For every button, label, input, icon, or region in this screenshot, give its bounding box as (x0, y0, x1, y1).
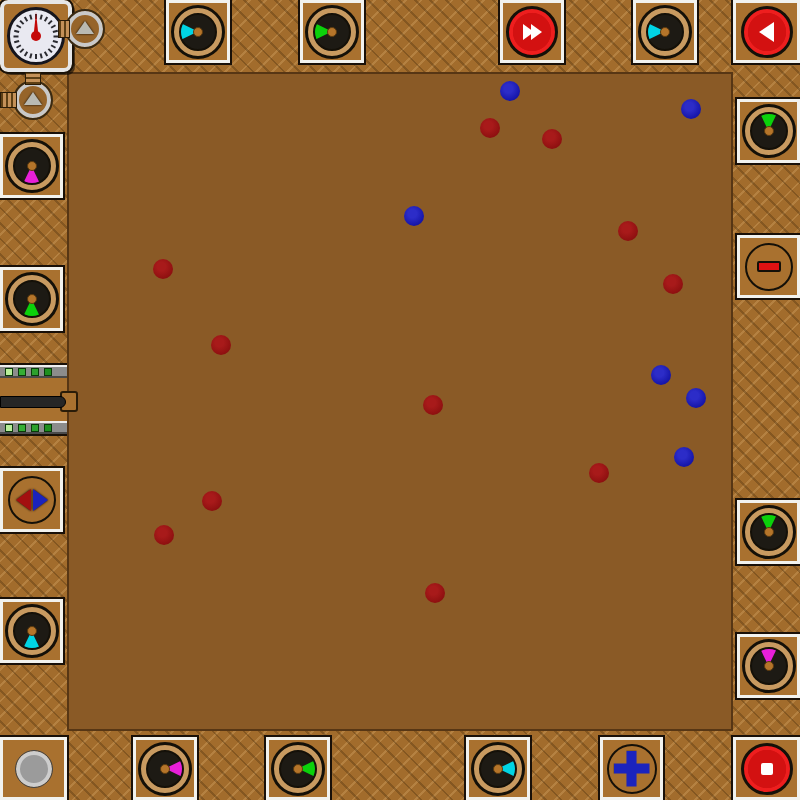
fan-dial-top-2[interactable] (305, 5, 359, 59)
gauge-tick (24, 51, 28, 56)
led-indicator (18, 368, 26, 376)
dial-tile-top-1 (166, 0, 230, 63)
gauge-tick (44, 51, 48, 56)
fast-forward-icon (531, 24, 542, 40)
dial-hub (764, 527, 774, 537)
dial-tile-right-1 (737, 99, 800, 163)
stop-button[interactable] (741, 743, 793, 795)
gauge-tick (48, 48, 53, 53)
led-strip-1 (0, 365, 67, 378)
pipe-connector (0, 92, 17, 108)
machine-frame (0, 0, 800, 800)
dial-tile-right-3 (737, 634, 800, 698)
fan-dial-top-3[interactable] (638, 5, 692, 59)
dial-face (750, 513, 788, 551)
dial-face (279, 750, 317, 788)
gray-knob-button[interactable] (16, 751, 52, 787)
gauge-tick (51, 44, 56, 48)
gauge-tick (29, 14, 32, 19)
gauge-tick (16, 24, 21, 28)
arena-board[interactable] (67, 72, 733, 731)
pipe-connector (58, 20, 70, 38)
minus-button[interactable] (745, 243, 793, 291)
tile-stop (733, 737, 800, 800)
speedometer-gauge (7, 7, 65, 65)
dial-tile-left-1 (0, 134, 63, 198)
dial-tile-top-3 (633, 0, 697, 63)
dial-face (479, 750, 517, 788)
red-left-triangle-icon (16, 489, 31, 511)
pipe-connector (25, 72, 41, 85)
dial-hub (160, 764, 170, 774)
dial-face (646, 13, 684, 51)
dial-face (750, 647, 788, 685)
fan-dial-top-1[interactable] (171, 5, 225, 59)
dial-tile-right-2 (737, 500, 800, 564)
fan-dial-left-3[interactable] (5, 604, 59, 658)
dial-face (13, 147, 51, 185)
fan-dial-bottom-2[interactable] (271, 742, 325, 796)
tile-plus (600, 737, 663, 800)
vent-left-button[interactable] (15, 82, 51, 118)
up-triangle-icon (76, 21, 94, 34)
fast-forward-button[interactable] (506, 6, 558, 58)
dial-tile-bottom-2 (266, 737, 330, 800)
led-indicator (31, 424, 39, 432)
rewind-button[interactable] (741, 6, 793, 58)
led-indicator (5, 424, 13, 432)
gauge-tick (40, 14, 43, 19)
gauge-tick (44, 16, 48, 21)
fan-dial-left-2[interactable] (5, 272, 59, 326)
gauge-tick (19, 19, 24, 24)
dial-tile-bottom-1 (133, 737, 197, 800)
dial-face (179, 13, 217, 51)
fan-dial-bottom-1[interactable] (138, 742, 192, 796)
minus-icon (757, 261, 781, 272)
speed-lever[interactable] (0, 396, 66, 408)
dial-hub (27, 626, 37, 636)
gauge-tick (51, 24, 56, 28)
dial-face (13, 612, 51, 650)
gauge-tick (29, 53, 32, 58)
dial-tile-left-2 (0, 267, 63, 331)
gauge-tick (16, 44, 21, 48)
dial-hub (27, 161, 37, 171)
plus-button[interactable] (607, 744, 657, 794)
dial-hub (193, 27, 203, 37)
red-blue-toggle-button[interactable] (8, 476, 56, 524)
dial-tile-left-3 (0, 599, 63, 663)
fan-dial-right-1[interactable] (742, 104, 796, 158)
gauge-tick (14, 29, 19, 32)
gauge-tick (14, 40, 19, 43)
dial-hub (293, 764, 303, 774)
dial-face (13, 280, 51, 318)
tile-red-blue-toggle (0, 468, 63, 532)
vent-top-button[interactable] (67, 11, 103, 47)
tile-gray-knob (0, 737, 67, 800)
dial-face (146, 750, 184, 788)
gauge-tick (53, 40, 58, 43)
blue-right-triangle-icon (33, 489, 48, 511)
led-indicator (18, 424, 26, 432)
fan-dial-left-1[interactable] (5, 139, 59, 193)
dial-hub (493, 764, 503, 774)
dial-tile-top-2 (300, 0, 364, 63)
fan-dial-right-3[interactable] (742, 639, 796, 693)
plus-icon (614, 751, 650, 787)
tile-fast-forward (500, 0, 564, 63)
gauge-hub (31, 31, 41, 41)
dial-hub (764, 661, 774, 671)
dial-face (313, 13, 351, 51)
fan-dial-bottom-3[interactable] (471, 742, 525, 796)
gauge-tick (48, 19, 53, 24)
dial-hub (27, 294, 37, 304)
gauge-tick (24, 16, 28, 21)
dial-face (750, 112, 788, 150)
led-strip-2 (0, 421, 67, 434)
dial-hub (660, 27, 670, 37)
gauge-tick (19, 48, 24, 53)
tile-rewind (733, 0, 800, 63)
gauge-tick (14, 35, 19, 37)
dial-hub (764, 126, 774, 136)
led-indicator (44, 368, 52, 376)
led-indicator (5, 368, 13, 376)
led-indicator (31, 368, 39, 376)
rewind-icon (759, 22, 774, 42)
led-indicator (44, 424, 52, 432)
dial-tile-bottom-3 (466, 737, 530, 800)
gauge-tick (40, 53, 43, 58)
tile-minus (737, 235, 800, 298)
up-triangle-icon (24, 92, 42, 105)
stop-icon (761, 763, 773, 775)
fan-dial-right-2[interactable] (742, 505, 796, 559)
gauge-tick (35, 54, 37, 59)
dial-hub (327, 27, 337, 37)
